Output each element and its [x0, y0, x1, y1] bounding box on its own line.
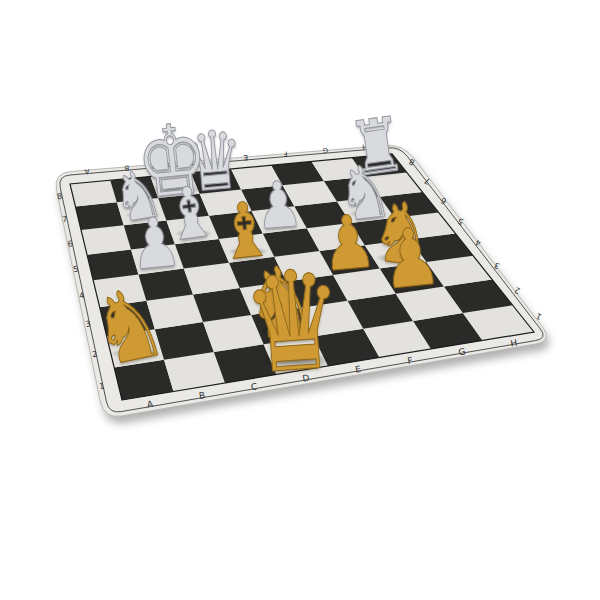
file-label-e-top: E [243, 153, 248, 161]
square-a8[interactable] [70, 180, 117, 206]
square-a6[interactable] [81, 225, 131, 255]
product-photo-stage: AA11BB22CC33DD44EE55FF66GG77HH88 ♜♛♚♞♞♟♝… [0, 0, 600, 600]
file-label-c-top: C [164, 160, 170, 168]
file-label-d-top: D [203, 156, 209, 164]
file-label-h-top: H [362, 142, 368, 150]
rank-label-1-right: 1 [535, 311, 543, 321]
file-label-g-top: G [322, 146, 328, 154]
file-label-a-top: A [84, 167, 90, 175]
file-label-f-top: F [283, 149, 288, 157]
square-a7[interactable] [75, 202, 123, 230]
square-b7[interactable] [117, 198, 167, 225]
square-c8[interactable] [151, 173, 200, 198]
chess-board-mat: AA11BB22CC33DD44EE55FF66GG77HH88 [0, 0, 600, 600]
square-b8[interactable] [110, 177, 158, 203]
file-label-b-top: B [124, 163, 130, 171]
